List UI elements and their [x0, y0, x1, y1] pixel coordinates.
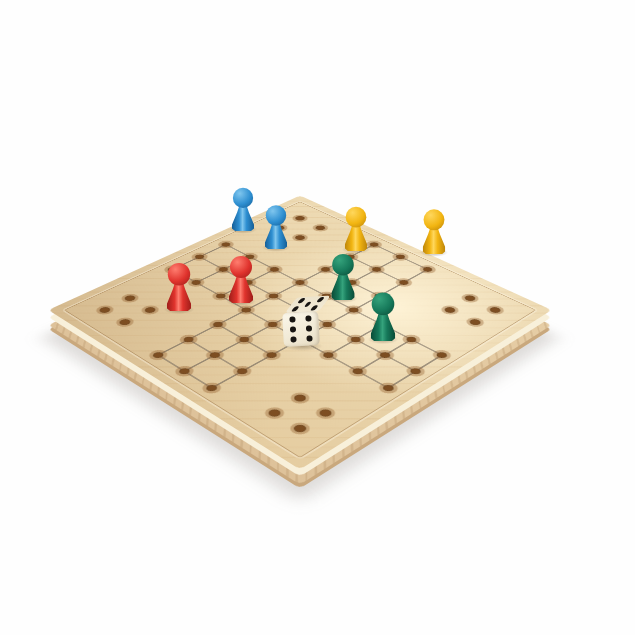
die-pip	[290, 326, 296, 332]
die-pip	[306, 336, 312, 342]
die-pip	[290, 316, 296, 322]
peg-body	[331, 273, 355, 300]
peg-red-2[interactable]	[228, 256, 254, 303]
peg-body	[345, 225, 368, 251]
product-photo-scene	[0, 0, 635, 635]
die-pip	[291, 306, 299, 311]
die-pip	[317, 297, 325, 302]
die-pip	[298, 298, 306, 303]
peg-body	[265, 223, 287, 249]
pieces-layer	[0, 0, 635, 635]
peg-yellow-2[interactable]	[422, 209, 447, 254]
die-pip	[310, 305, 318, 310]
peg-body	[371, 312, 396, 341]
peg-blue-2[interactable]	[264, 205, 288, 249]
peg-yellow-1[interactable]	[344, 207, 368, 251]
peg-body	[423, 227, 446, 254]
peg-green-2[interactable]	[370, 293, 397, 341]
peg-head	[230, 256, 252, 278]
peg-head	[346, 207, 367, 228]
peg-body	[232, 205, 254, 231]
peg-head	[233, 188, 253, 208]
die-pip	[304, 302, 312, 307]
die-pip	[305, 315, 311, 321]
peg-head	[332, 254, 354, 276]
peg-green-1[interactable]	[330, 254, 355, 300]
die-front-face-6	[282, 311, 320, 347]
peg-red-1[interactable]	[166, 263, 193, 311]
peg-blue-1[interactable]	[231, 188, 255, 231]
peg-head	[266, 205, 286, 225]
die-pip	[306, 326, 312, 332]
peg-head	[424, 209, 445, 230]
die-pip	[291, 337, 297, 343]
die-top-face-5	[285, 296, 331, 313]
peg-body	[229, 275, 253, 303]
peg-head	[168, 263, 190, 285]
peg-head	[372, 293, 395, 316]
peg-body	[167, 282, 191, 311]
die[interactable]	[283, 296, 320, 348]
